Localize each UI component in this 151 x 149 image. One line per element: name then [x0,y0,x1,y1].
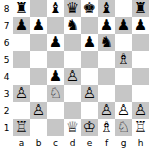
square-g1[interactable]: ♘ [115,119,132,136]
square-h8[interactable]: ♜ [132,0,149,17]
piece-black-queen-d8[interactable]: ♛ [66,0,79,17]
square-b2[interactable]: ♙ [30,102,47,119]
piece-black-knight-f6[interactable]: ♞ [100,34,113,51]
piece-black-bishop-c8[interactable]: ♝ [49,0,62,17]
square-h6[interactable] [132,34,149,51]
piece-black-bishop-f8[interactable]: ♝ [100,0,113,17]
square-c4[interactable]: ♟ [47,68,64,85]
square-c3[interactable]: ♘ [47,85,64,102]
square-a3[interactable]: ♙ [13,85,30,102]
square-a5[interactable] [13,51,30,68]
piece-black-pawn-e6[interactable]: ♟ [83,34,96,51]
rank-label-6: 6 [0,34,13,51]
piece-white-bishop-g5[interactable]: ♗ [117,51,130,68]
square-f4[interactable] [98,68,115,85]
file-label-c: c [47,136,64,149]
piece-black-pawn-c6[interactable]: ♟ [49,34,62,51]
piece-black-pawn-a7[interactable]: ♟ [15,17,28,34]
square-a4[interactable] [13,68,30,85]
square-f8[interactable]: ♝ [98,0,115,17]
square-b6[interactable] [30,34,47,51]
square-h3[interactable] [132,85,149,102]
file-label-a: a [13,136,30,149]
square-a2[interactable] [13,102,30,119]
square-a8[interactable]: ♜ [13,0,30,17]
piece-white-pawn-d4[interactable]: ♙ [66,68,79,85]
square-f6[interactable]: ♞ [98,34,115,51]
square-a7[interactable]: ♟ [13,17,30,34]
square-e2[interactable] [81,102,98,119]
square-h1[interactable]: ♖ [132,119,149,136]
square-d1[interactable]: ♕ [64,119,81,136]
square-e8[interactable]: ♚ [81,0,98,17]
piece-white-pawn-b2[interactable]: ♙ [32,102,45,119]
square-g5[interactable]: ♗ [115,51,132,68]
file-label-d: d [64,136,81,149]
piece-black-pawn-b7[interactable]: ♟ [32,17,45,34]
square-e6[interactable]: ♟ [81,34,98,51]
file-label-f: f [98,136,115,149]
rank-label-4: 4 [0,68,13,85]
chess-board-diagram: 8♜♝♛♚♝♜7♟♟♞♟♟♟6♟♟♞5♗4♟♙3♙♘♙2♙♙♙♙1♖♕♔♗♘♖a… [0,0,151,149]
square-a1[interactable]: ♖ [13,119,30,136]
square-h4[interactable] [132,68,149,85]
square-e1[interactable]: ♔ [81,119,98,136]
square-c2[interactable] [47,102,64,119]
square-e5[interactable] [81,51,98,68]
square-d3[interactable] [64,85,81,102]
square-a6[interactable] [13,34,30,51]
piece-black-rook-h8[interactable]: ♜ [134,0,147,17]
square-b7[interactable]: ♟ [30,17,47,34]
piece-black-pawn-g7[interactable]: ♟ [117,17,130,34]
square-c8[interactable]: ♝ [47,0,64,17]
piece-white-pawn-a3[interactable]: ♙ [15,85,28,102]
board-corner-spacer [0,136,13,149]
square-h7[interactable]: ♟ [132,17,149,34]
piece-white-rook-a1[interactable]: ♖ [15,119,28,136]
square-d5[interactable] [64,51,81,68]
square-b5[interactable] [30,51,47,68]
square-e7[interactable] [81,17,98,34]
rank-label-8: 8 [0,0,13,17]
piece-white-pawn-e3[interactable]: ♙ [83,85,96,102]
square-g3[interactable] [115,85,132,102]
square-d6[interactable] [64,34,81,51]
rank-label-1: 1 [0,119,13,136]
square-e4[interactable] [81,68,98,85]
rank-label-3: 3 [0,85,13,102]
square-d7[interactable]: ♞ [64,17,81,34]
square-f3[interactable] [98,85,115,102]
square-d4[interactable]: ♙ [64,68,81,85]
piece-white-bishop-f1[interactable]: ♗ [100,119,113,136]
square-g2[interactable]: ♙ [115,102,132,119]
square-f2[interactable]: ♙ [98,102,115,119]
square-b3[interactable] [30,85,47,102]
square-c5[interactable] [47,51,64,68]
square-e3[interactable]: ♙ [81,85,98,102]
piece-black-pawn-c4[interactable]: ♟ [49,68,62,85]
square-c1[interactable] [47,119,64,136]
file-label-h: h [132,136,149,149]
square-b4[interactable] [30,68,47,85]
piece-white-knight-g1[interactable]: ♘ [117,119,130,136]
square-g4[interactable] [115,68,132,85]
rank-label-7: 7 [0,17,13,34]
file-label-b: b [30,136,47,149]
square-c7[interactable] [47,17,64,34]
rank-label-5: 5 [0,51,13,68]
square-h5[interactable] [132,51,149,68]
square-f1[interactable]: ♗ [98,119,115,136]
piece-black-rook-a8[interactable]: ♜ [15,0,28,17]
piece-white-king-e1[interactable]: ♔ [83,119,96,136]
piece-black-pawn-h7[interactable]: ♟ [134,17,147,34]
square-d2[interactable] [64,102,81,119]
rank-label-2: 2 [0,102,13,119]
file-label-g: g [115,136,132,149]
piece-black-pawn-f7[interactable]: ♟ [100,17,113,34]
file-label-e: e [81,136,98,149]
piece-white-pawn-h2[interactable]: ♙ [134,102,147,119]
square-g6[interactable] [115,34,132,51]
piece-white-rook-h1[interactable]: ♖ [134,119,147,136]
piece-black-knight-d7[interactable]: ♞ [66,17,79,34]
piece-white-queen-d1[interactable]: ♕ [66,119,79,136]
square-f7[interactable]: ♟ [98,17,115,34]
square-c6[interactable]: ♟ [47,34,64,51]
square-b1[interactable] [30,119,47,136]
square-f5[interactable] [98,51,115,68]
piece-black-king-e8[interactable]: ♚ [83,0,96,17]
square-d8[interactable]: ♛ [64,0,81,17]
square-g8[interactable] [115,0,132,17]
square-b8[interactable] [30,0,47,17]
piece-white-pawn-f2[interactable]: ♙ [100,102,113,119]
piece-white-pawn-g2[interactable]: ♙ [117,102,130,119]
square-h2[interactable]: ♙ [132,102,149,119]
square-g7[interactable]: ♟ [115,17,132,34]
piece-white-knight-c3[interactable]: ♘ [49,85,62,102]
